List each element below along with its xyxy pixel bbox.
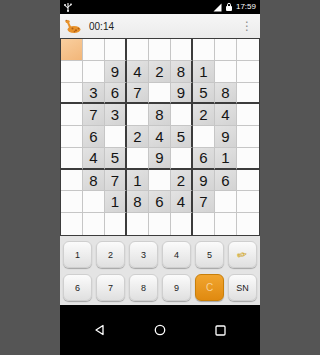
digit-7-button[interactable]: 7 <box>96 274 125 301</box>
cell-r6c7[interactable]: 6 <box>193 148 215 170</box>
cell-r6c8[interactable]: 1 <box>215 148 237 170</box>
cell-r1c5[interactable] <box>149 39 171 61</box>
sudoku-board: 9428136795873824624594596187129618647 <box>60 38 260 236</box>
status-bar: 17:59 <box>60 0 260 14</box>
cell-r2c4[interactable]: 4 <box>127 61 149 83</box>
cell-r4c3[interactable]: 3 <box>105 104 127 126</box>
digit-2-button[interactable]: 2 <box>96 241 125 268</box>
cell-r9c1[interactable] <box>61 213 83 235</box>
cell-r5c3[interactable] <box>105 126 127 148</box>
cell-r3c7[interactable]: 5 <box>193 83 215 105</box>
cell-r5c5[interactable]: 4 <box>149 126 171 148</box>
cell-r7c6[interactable]: 2 <box>171 170 193 192</box>
cell-r7c3[interactable]: 7 <box>105 170 127 192</box>
digit-8-button[interactable]: 8 <box>129 274 158 301</box>
back-icon[interactable] <box>92 322 107 338</box>
cell-r9c4[interactable] <box>127 213 149 235</box>
cell-r7c4[interactable]: 1 <box>127 170 149 192</box>
digit-1-button[interactable]: 1 <box>63 241 92 268</box>
cell-r1c4[interactable] <box>127 39 149 61</box>
cell-r4c7[interactable]: 2 <box>193 104 215 126</box>
cell-r1c3[interactable] <box>105 39 127 61</box>
cell-r9c5[interactable] <box>149 213 171 235</box>
cell-r3c9[interactable] <box>237 83 259 105</box>
app-bar: 00:14 ⋮ <box>60 14 260 38</box>
cell-r3c3[interactable]: 6 <box>105 83 127 105</box>
cell-r8c8[interactable] <box>215 191 237 213</box>
cell-r4c9[interactable] <box>237 104 259 126</box>
phone-screen: 17:59 00:14 ⋮ 94281367958738246245945961… <box>60 0 260 355</box>
cell-r2c3[interactable]: 9 <box>105 61 127 83</box>
cell-r6c1[interactable] <box>61 148 83 170</box>
cell-r9c8[interactable] <box>215 213 237 235</box>
cell-r7c2[interactable]: 8 <box>83 170 105 192</box>
cell-r3c6[interactable]: 9 <box>171 83 193 105</box>
cell-r2c9[interactable] <box>237 61 259 83</box>
android-nav-bar <box>60 305 260 355</box>
cell-r6c9[interactable] <box>237 148 259 170</box>
cell-r1c6[interactable] <box>171 39 193 61</box>
clock: 17:59 <box>236 0 256 14</box>
usb-icon <box>64 2 72 12</box>
cell-r8c3[interactable]: 1 <box>105 191 127 213</box>
recents-icon[interactable] <box>213 323 228 338</box>
digit-9-button[interactable]: 9 <box>162 274 191 301</box>
cell-r2c1[interactable] <box>61 61 83 83</box>
digit-3-button[interactable]: 3 <box>129 241 158 268</box>
cell-r2c2[interactable] <box>83 61 105 83</box>
digit-4-button[interactable]: 4 <box>162 241 191 268</box>
cell-r6c6[interactable] <box>171 148 193 170</box>
cell-r1c1[interactable] <box>61 39 83 61</box>
lock-icon <box>225 2 233 12</box>
cell-r2c5[interactable]: 2 <box>149 61 171 83</box>
cell-r4c4[interactable] <box>127 104 149 126</box>
signal-icon <box>213 3 222 12</box>
cell-r9c3[interactable] <box>105 213 127 235</box>
cell-r7c5[interactable] <box>149 170 171 192</box>
cell-r1c9[interactable] <box>237 39 259 61</box>
pencil-mode-button[interactable]: ✏ <box>228 241 257 268</box>
cell-r7c1[interactable] <box>61 170 83 192</box>
cell-r8c1[interactable] <box>61 191 83 213</box>
cell-r1c7[interactable] <box>193 39 215 61</box>
sn-button[interactable]: SN <box>228 274 257 301</box>
cell-r1c8[interactable] <box>215 39 237 61</box>
cell-r9c7[interactable] <box>193 213 215 235</box>
cell-r7c9[interactable] <box>237 170 259 192</box>
cell-r8c4[interactable]: 8 <box>127 191 149 213</box>
cell-r6c4[interactable] <box>127 148 149 170</box>
cell-r8c5[interactable]: 6 <box>149 191 171 213</box>
digit-6-button[interactable]: 6 <box>63 274 92 301</box>
cell-r5c4[interactable]: 2 <box>127 126 149 148</box>
number-keypad: 12345✏ 6789CSN <box>60 236 260 305</box>
home-icon[interactable] <box>152 322 168 338</box>
cell-r3c8[interactable]: 8 <box>215 83 237 105</box>
cell-r4c8[interactable]: 4 <box>215 104 237 126</box>
cell-r6c5[interactable]: 9 <box>149 148 171 170</box>
cell-r2c7[interactable]: 1 <box>193 61 215 83</box>
cell-r5c9[interactable] <box>237 126 259 148</box>
game-timer: 00:14 <box>89 21 238 32</box>
cell-r8c6[interactable]: 4 <box>171 191 193 213</box>
cell-r6c2[interactable]: 4 <box>83 148 105 170</box>
cell-r8c2[interactable] <box>83 191 105 213</box>
cell-r5c6[interactable]: 5 <box>171 126 193 148</box>
cell-r9c9[interactable] <box>237 213 259 235</box>
cell-r7c8[interactable]: 6 <box>215 170 237 192</box>
cell-r6c3[interactable]: 5 <box>105 148 127 170</box>
cell-r5c7[interactable] <box>193 126 215 148</box>
cell-r2c8[interactable] <box>215 61 237 83</box>
cell-r8c9[interactable] <box>237 191 259 213</box>
cell-r8c7[interactable]: 7 <box>193 191 215 213</box>
giraffe-logo-icon <box>64 18 82 34</box>
cell-r4c5[interactable]: 8 <box>149 104 171 126</box>
cell-r3c1[interactable] <box>61 83 83 105</box>
cell-r5c8[interactable]: 9 <box>215 126 237 148</box>
digit-5-button[interactable]: 5 <box>195 241 224 268</box>
cell-r9c6[interactable] <box>171 213 193 235</box>
cell-r3c5[interactable] <box>149 83 171 105</box>
cell-r4c1[interactable] <box>61 104 83 126</box>
cell-r4c6[interactable] <box>171 104 193 126</box>
cell-r4c2[interactable]: 7 <box>83 104 105 126</box>
pencil-icon: ✏ <box>236 248 248 262</box>
cell-r7c7[interactable]: 9 <box>193 170 215 192</box>
cell-r5c1[interactable] <box>61 126 83 148</box>
cell-r5c2[interactable]: 6 <box>83 126 105 148</box>
cell-r3c2[interactable]: 3 <box>83 83 105 105</box>
cell-r1c2[interactable] <box>83 39 105 61</box>
cell-r2c6[interactable]: 8 <box>171 61 193 83</box>
cell-r3c4[interactable]: 7 <box>127 83 149 105</box>
overflow-menu-icon[interactable]: ⋮ <box>238 14 256 38</box>
clear-button[interactable]: C <box>195 274 224 301</box>
cell-r9c2[interactable] <box>83 213 105 235</box>
